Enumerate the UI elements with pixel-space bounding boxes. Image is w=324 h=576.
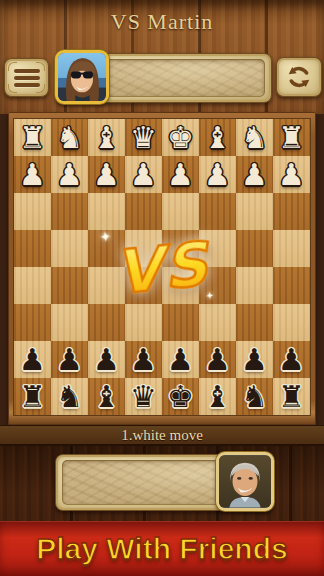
menu-button[interactable] [4, 58, 49, 97]
square-g5[interactable] [236, 267, 273, 304]
opponent-avatar[interactable] [55, 50, 109, 104]
black-bishop: ♝ [204, 382, 231, 412]
square-h8[interactable]: ♜ [273, 378, 310, 415]
black-pawn: ♟ [56, 345, 83, 375]
black-pawn: ♟ [167, 345, 194, 375]
square-c3[interactable] [88, 193, 125, 230]
square-d8[interactable]: ♛ [125, 378, 162, 415]
square-e6[interactable] [162, 304, 199, 341]
square-h5[interactable] [273, 267, 310, 304]
square-c6[interactable] [88, 304, 125, 341]
move-status-text: 1.white move [121, 427, 203, 444]
black-pawn: ♟ [241, 345, 268, 375]
square-e3[interactable] [162, 193, 199, 230]
square-h2[interactable]: ♟ [273, 156, 310, 193]
square-a8[interactable]: ♜ [14, 378, 51, 415]
square-c2[interactable]: ♟ [88, 156, 125, 193]
square-f6[interactable] [199, 304, 236, 341]
white-rook: ♜ [19, 123, 46, 153]
square-b1[interactable]: ♞ [51, 119, 88, 156]
white-pawn: ♟ [56, 160, 83, 190]
white-pawn: ♟ [93, 160, 120, 190]
play-with-friends-label: Play With Friends [36, 532, 287, 566]
square-h3[interactable] [273, 193, 310, 230]
older-man-photo [219, 455, 271, 508]
sparkle-icon: ✦ [205, 291, 216, 302]
white-rook: ♜ [278, 123, 305, 153]
square-f2[interactable]: ♟ [199, 156, 236, 193]
square-c8[interactable]: ♝ [88, 378, 125, 415]
black-bishop: ♝ [93, 382, 120, 412]
square-d7[interactable]: ♟ [125, 341, 162, 378]
player-avatar[interactable] [216, 452, 274, 511]
square-h1[interactable]: ♜ [273, 119, 310, 156]
square-a5[interactable] [14, 267, 51, 304]
square-b2[interactable]: ♟ [51, 156, 88, 193]
square-a3[interactable] [14, 193, 51, 230]
white-pawn: ♟ [241, 160, 268, 190]
black-rook: ♜ [278, 382, 305, 412]
white-queen: ♛ [130, 123, 157, 153]
white-pawn: ♟ [278, 160, 305, 190]
square-b8[interactable]: ♞ [51, 378, 88, 415]
square-d3[interactable] [125, 193, 162, 230]
white-pawn: ♟ [204, 160, 231, 190]
square-d6[interactable] [125, 304, 162, 341]
square-a6[interactable] [14, 304, 51, 341]
square-b3[interactable] [51, 193, 88, 230]
black-pawn: ♟ [93, 345, 120, 375]
square-e2[interactable]: ♟ [162, 156, 199, 193]
square-g3[interactable] [236, 193, 273, 230]
square-g8[interactable]: ♞ [236, 378, 273, 415]
square-f7[interactable]: ♟ [199, 341, 236, 378]
circular-arrows-icon [284, 63, 314, 91]
vs-badge: ✦ VS ✦ [112, 233, 211, 302]
square-a7[interactable]: ♟ [14, 341, 51, 378]
square-f8[interactable]: ♝ [199, 378, 236, 415]
black-pawn: ♟ [204, 345, 231, 375]
square-c1[interactable]: ♝ [88, 119, 125, 156]
square-b6[interactable] [51, 304, 88, 341]
square-d1[interactable]: ♛ [125, 119, 162, 156]
app-screen: VS Martin [0, 0, 324, 576]
square-f1[interactable]: ♝ [199, 119, 236, 156]
square-g4[interactable] [236, 230, 273, 267]
play-with-friends-banner[interactable]: Play With Friends [0, 521, 324, 576]
square-c7[interactable]: ♟ [88, 341, 125, 378]
black-pawn: ♟ [278, 345, 305, 375]
vs-text: VS [112, 228, 212, 307]
white-pawn: ♟ [19, 160, 46, 190]
flip-board-button[interactable] [276, 57, 322, 97]
square-g1[interactable]: ♞ [236, 119, 273, 156]
black-pawn: ♟ [19, 345, 46, 375]
square-h6[interactable] [273, 304, 310, 341]
square-a1[interactable]: ♜ [14, 119, 51, 156]
match-title: VS Martin [0, 9, 324, 35]
sparkle-icon: ✦ [99, 229, 114, 244]
black-king: ♚ [167, 382, 194, 412]
black-queen: ♛ [130, 382, 157, 412]
black-knight: ♞ [56, 382, 83, 412]
square-b7[interactable]: ♟ [51, 341, 88, 378]
square-d2[interactable]: ♟ [125, 156, 162, 193]
white-pawn: ♟ [130, 160, 157, 190]
square-e8[interactable]: ♚ [162, 378, 199, 415]
square-g7[interactable]: ♟ [236, 341, 273, 378]
black-knight: ♞ [241, 382, 268, 412]
square-e7[interactable]: ♟ [162, 341, 199, 378]
square-g2[interactable]: ♟ [236, 156, 273, 193]
square-a4[interactable] [14, 230, 51, 267]
square-f3[interactable] [199, 193, 236, 230]
square-b5[interactable] [51, 267, 88, 304]
white-king: ♚ [167, 123, 194, 153]
move-status-bar: 1.white move [0, 425, 324, 446]
square-h7[interactable]: ♟ [273, 341, 310, 378]
black-rook: ♜ [19, 382, 46, 412]
square-a2[interactable]: ♟ [14, 156, 51, 193]
black-pawn: ♟ [130, 345, 157, 375]
white-knight: ♞ [241, 123, 268, 153]
square-g6[interactable] [236, 304, 273, 341]
woman-with-sunglasses-photo [58, 53, 106, 101]
square-h4[interactable] [273, 230, 310, 267]
hamburger-icon [14, 66, 40, 90]
white-knight: ♞ [56, 123, 83, 153]
square-b4[interactable] [51, 230, 88, 267]
white-pawn: ♟ [167, 160, 194, 190]
white-bishop: ♝ [93, 123, 120, 153]
square-e1[interactable]: ♚ [162, 119, 199, 156]
white-bishop: ♝ [204, 123, 231, 153]
